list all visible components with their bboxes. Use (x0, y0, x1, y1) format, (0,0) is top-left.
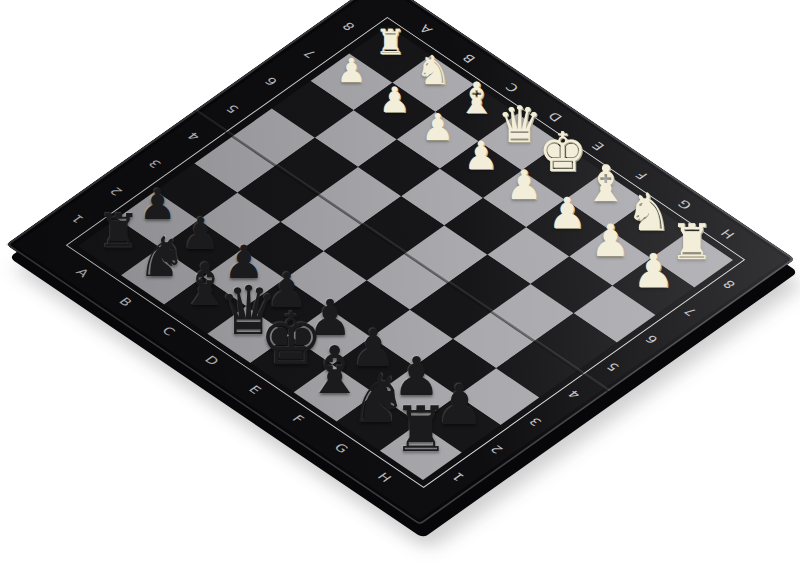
black-pawn-a2[interactable]: ♟ (139, 184, 177, 226)
white-bishop-f8[interactable]: ♝ (583, 158, 628, 208)
white-rook-glyph: ♜ (375, 25, 406, 60)
white-rook-glyph: ♜ (670, 218, 714, 267)
rank-label-left-5: 5 (223, 102, 242, 115)
white-knight-g8[interactable]: ♞ (626, 187, 672, 239)
file-label-near-c: C (159, 324, 178, 338)
white-pawn-f7[interactable]: ♟ (548, 192, 586, 235)
white-pawn-h7[interactable]: ♟ (632, 247, 674, 294)
file-label-far-h: H (718, 227, 738, 241)
rank-label-right-1: 1 (449, 470, 468, 483)
white-pawn-d7[interactable]: ♟ (463, 137, 498, 176)
file-label-far-b: B (459, 52, 478, 65)
rank-label-left-6: 6 (262, 75, 281, 88)
white-bishop-glyph: ♝ (583, 158, 628, 208)
white-pawn-glyph: ♟ (506, 165, 543, 206)
file-label-far-g: G (674, 198, 694, 212)
white-knight-b8[interactable]: ♞ (415, 50, 451, 90)
rank-label-right-4: 4 (565, 388, 584, 401)
white-pawn-a7[interactable]: ♟ (337, 54, 367, 87)
file-label-near-a: A (73, 266, 92, 279)
file-label-far-c: C (502, 81, 521, 95)
file-label-far-a: A (416, 22, 435, 35)
rank-label-left-7: 7 (301, 47, 320, 60)
rank-label-right-7: 7 (681, 305, 700, 318)
rank-label-right-8: 8 (720, 278, 739, 291)
white-pawn-glyph: ♟ (337, 54, 367, 87)
white-pawn-g7[interactable]: ♟ (590, 220, 630, 265)
black-rook-h1[interactable]: ♜ (393, 399, 449, 462)
white-rook-a8[interactable]: ♜ (375, 25, 406, 60)
white-pawn-e7[interactable]: ♟ (506, 165, 543, 206)
white-knight-glyph: ♞ (415, 50, 451, 90)
rank-label-right-2: 2 (487, 443, 506, 456)
black-pawn-glyph: ♟ (139, 184, 177, 226)
rank-label-right-6: 6 (642, 333, 661, 346)
file-label-near-d: D (202, 353, 222, 367)
rank-label-left-4: 4 (184, 130, 203, 143)
white-pawn-b7[interactable]: ♟ (379, 82, 410, 117)
rank-label-left-3: 3 (146, 157, 165, 170)
white-queen-d8[interactable]: ♛ (497, 100, 542, 150)
white-king-glyph: ♚ (538, 126, 587, 181)
rank-label-left-2: 2 (107, 185, 126, 198)
black-rook-glyph: ♜ (393, 399, 449, 462)
chess-set-photo: AABBCCDDEEFFGGHH1122334455667788 ♜♞♝♛♚♝♞… (0, 0, 800, 575)
file-label-near-h: H (374, 470, 394, 484)
white-pawn-glyph: ♟ (548, 192, 586, 235)
white-king-e8[interactable]: ♚ (538, 126, 587, 181)
file-label-near-b: B (116, 295, 135, 308)
white-pawn-glyph: ♟ (463, 137, 498, 176)
file-label-far-f: F (632, 169, 650, 182)
white-bishop-glyph: ♝ (457, 77, 496, 120)
black-pawn-b2[interactable]: ♟ (181, 212, 221, 256)
black-rook-glyph: ♜ (97, 206, 140, 254)
rank-label-left-8: 8 (339, 20, 358, 33)
file-label-far-e: E (589, 140, 608, 153)
rank-label-right-3: 3 (526, 415, 545, 428)
white-rook-h8[interactable]: ♜ (670, 218, 714, 267)
white-pawn-glyph: ♟ (379, 82, 410, 117)
file-label-near-g: G (331, 441, 351, 455)
white-pawn-c7[interactable]: ♟ (421, 109, 454, 146)
white-pawn-glyph: ♟ (632, 247, 674, 294)
black-rook-a1[interactable]: ♜ (97, 206, 140, 254)
white-bishop-c8[interactable]: ♝ (457, 77, 496, 120)
file-label-near-f: F (289, 413, 307, 426)
black-pawn-glyph: ♟ (181, 212, 221, 256)
white-knight-glyph: ♞ (626, 187, 672, 239)
file-label-near-e: E (246, 383, 265, 396)
white-pawn-glyph: ♟ (590, 220, 630, 265)
rank-label-right-5: 5 (604, 360, 623, 373)
white-pawn-glyph: ♟ (421, 109, 454, 146)
white-queen-glyph: ♛ (497, 100, 542, 150)
rank-label-left-1: 1 (68, 212, 87, 225)
